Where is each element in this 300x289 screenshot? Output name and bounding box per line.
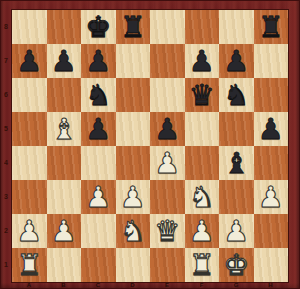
square-b2[interactable]: ♟ xyxy=(47,214,82,248)
white-pawn-g2[interactable]: ♟ xyxy=(223,214,249,248)
square-f1[interactable]: ♜ xyxy=(185,248,220,282)
square-g2[interactable]: ♟ xyxy=(219,214,254,248)
rank-label-2: 2 xyxy=(1,227,11,235)
black-pawn-g7[interactable]: ♟ xyxy=(223,44,249,78)
white-rook-f1[interactable]: ♜ xyxy=(189,248,215,282)
file-label-c: C xyxy=(81,281,116,289)
black-knight-g6[interactable]: ♞ xyxy=(223,78,249,112)
black-rook-h8[interactable]: ♜ xyxy=(258,10,284,44)
black-queen-f6[interactable]: ♛ xyxy=(189,78,215,112)
black-bishop-g4[interactable]: ♝ xyxy=(223,146,249,180)
square-c5[interactable]: ♟ xyxy=(81,112,116,146)
square-e8[interactable] xyxy=(150,10,185,44)
square-h4[interactable] xyxy=(254,146,289,180)
square-a7[interactable]: ♟ xyxy=(12,44,47,78)
square-d4[interactable] xyxy=(116,146,151,180)
square-b4[interactable] xyxy=(47,146,82,180)
black-pawn-h5[interactable]: ♟ xyxy=(258,112,284,146)
white-pawn-d3[interactable]: ♟ xyxy=(120,180,146,214)
square-c8[interactable]: ♚ xyxy=(81,10,116,44)
square-h1[interactable] xyxy=(254,248,289,282)
chess-diagram: ♚♜♜♟♟♟♟♟♞♛♞♝♟♟♟♟♝♟♟♞♟♟♟♞♛♟♟♜♜♚ 87654321A… xyxy=(0,0,300,289)
file-label-e: E xyxy=(150,281,185,289)
square-b3[interactable] xyxy=(47,180,82,214)
rank-label-7: 7 xyxy=(1,57,11,65)
rank-label-4: 4 xyxy=(1,159,11,167)
square-b8[interactable] xyxy=(47,10,82,44)
square-f5[interactable] xyxy=(185,112,220,146)
white-bishop-b5[interactable]: ♝ xyxy=(51,112,77,146)
square-g1[interactable]: ♚ xyxy=(219,248,254,282)
black-king-c8[interactable]: ♚ xyxy=(85,10,111,44)
black-pawn-e5[interactable]: ♟ xyxy=(154,112,180,146)
file-label-g: G xyxy=(219,281,254,289)
square-h2[interactable] xyxy=(254,214,289,248)
square-g6[interactable]: ♞ xyxy=(219,78,254,112)
square-a8[interactable] xyxy=(12,10,47,44)
black-pawn-b7[interactable]: ♟ xyxy=(51,44,77,78)
white-pawn-f2[interactable]: ♟ xyxy=(189,214,215,248)
white-knight-f3[interactable]: ♞ xyxy=(189,180,215,214)
black-pawn-f7[interactable]: ♟ xyxy=(189,44,215,78)
file-label-a: A xyxy=(12,281,47,289)
square-b6[interactable] xyxy=(47,78,82,112)
square-d5[interactable] xyxy=(116,112,151,146)
square-a3[interactable] xyxy=(12,180,47,214)
black-pawn-c7[interactable]: ♟ xyxy=(85,44,111,78)
square-f3[interactable]: ♞ xyxy=(185,180,220,214)
square-c3[interactable]: ♟ xyxy=(81,180,116,214)
square-g3[interactable] xyxy=(219,180,254,214)
square-g4[interactable]: ♝ xyxy=(219,146,254,180)
white-pawn-h3[interactable]: ♟ xyxy=(258,180,284,214)
square-e1[interactable] xyxy=(150,248,185,282)
square-g7[interactable]: ♟ xyxy=(219,44,254,78)
black-knight-c6[interactable]: ♞ xyxy=(85,78,111,112)
square-a5[interactable] xyxy=(12,112,47,146)
square-e4[interactable]: ♟ xyxy=(150,146,185,180)
square-c6[interactable]: ♞ xyxy=(81,78,116,112)
square-b5[interactable]: ♝ xyxy=(47,112,82,146)
rank-label-3: 3 xyxy=(1,193,11,201)
square-e7[interactable] xyxy=(150,44,185,78)
white-king-g1[interactable]: ♚ xyxy=(223,248,249,282)
rank-label-8: 8 xyxy=(1,23,11,31)
white-pawn-c3[interactable]: ♟ xyxy=(85,180,111,214)
square-b1[interactable] xyxy=(47,248,82,282)
square-f8[interactable] xyxy=(185,10,220,44)
square-f2[interactable]: ♟ xyxy=(185,214,220,248)
file-label-b: B xyxy=(47,281,82,289)
black-pawn-a7[interactable]: ♟ xyxy=(16,44,42,78)
square-c1[interactable] xyxy=(81,248,116,282)
black-rook-d8[interactable]: ♜ xyxy=(120,10,146,44)
square-g8[interactable] xyxy=(219,10,254,44)
white-queen-e2[interactable]: ♛ xyxy=(154,214,180,248)
square-d1[interactable] xyxy=(116,248,151,282)
square-f6[interactable]: ♛ xyxy=(185,78,220,112)
file-label-f: F xyxy=(185,281,220,289)
square-c2[interactable] xyxy=(81,214,116,248)
square-e3[interactable] xyxy=(150,180,185,214)
rank-label-6: 6 xyxy=(1,91,11,99)
white-pawn-a2[interactable]: ♟ xyxy=(16,214,42,248)
square-d3[interactable]: ♟ xyxy=(116,180,151,214)
file-label-d: D xyxy=(116,281,151,289)
black-pawn-c5[interactable]: ♟ xyxy=(85,112,111,146)
square-e2[interactable]: ♛ xyxy=(150,214,185,248)
square-h5[interactable]: ♟ xyxy=(254,112,289,146)
square-h8[interactable]: ♜ xyxy=(254,10,289,44)
white-pawn-b2[interactable]: ♟ xyxy=(51,214,77,248)
rank-label-5: 5 xyxy=(1,125,11,133)
square-f4[interactable] xyxy=(185,146,220,180)
rank-label-1: 1 xyxy=(1,261,11,269)
file-label-h: H xyxy=(254,281,289,289)
square-e5[interactable]: ♟ xyxy=(150,112,185,146)
white-knight-d2[interactable]: ♞ xyxy=(120,214,146,248)
square-a2[interactable]: ♟ xyxy=(12,214,47,248)
square-e6[interactable] xyxy=(150,78,185,112)
square-h3[interactable]: ♟ xyxy=(254,180,289,214)
square-a6[interactable] xyxy=(12,78,47,112)
square-d7[interactable] xyxy=(116,44,151,78)
white-pawn-e4[interactable]: ♟ xyxy=(154,146,180,180)
square-b7[interactable]: ♟ xyxy=(47,44,82,78)
square-f7[interactable]: ♟ xyxy=(185,44,220,78)
square-c4[interactable] xyxy=(81,146,116,180)
white-rook-a1[interactable]: ♜ xyxy=(16,248,42,282)
square-a1[interactable]: ♜ xyxy=(12,248,47,282)
square-d2[interactable]: ♞ xyxy=(116,214,151,248)
square-d8[interactable]: ♜ xyxy=(116,10,151,44)
square-h7[interactable] xyxy=(254,44,289,78)
square-a4[interactable] xyxy=(12,146,47,180)
square-g5[interactable] xyxy=(219,112,254,146)
chess-board: ♚♜♜♟♟♟♟♟♞♛♞♝♟♟♟♟♝♟♟♞♟♟♟♞♛♟♟♜♜♚ xyxy=(12,10,288,282)
square-c7[interactable]: ♟ xyxy=(81,44,116,78)
square-d6[interactable] xyxy=(116,78,151,112)
square-h6[interactable] xyxy=(254,78,289,112)
